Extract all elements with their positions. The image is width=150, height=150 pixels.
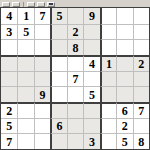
cell-r7c9[interactable]: 7 — [133, 102, 149, 118]
cell-r3c4[interactable] — [50, 39, 66, 55]
cell-r1c2[interactable]: 1 — [17, 8, 33, 24]
cell-r6c9[interactable] — [133, 86, 149, 102]
cell-r9c3[interactable] — [34, 133, 50, 149]
cell-r8c3[interactable] — [34, 118, 50, 134]
cell-r9c9[interactable]: 8 — [133, 133, 149, 149]
cell-r5c3[interactable] — [34, 71, 50, 87]
cell-r4c7[interactable]: 1 — [100, 55, 116, 71]
cell-r6c4[interactable] — [50, 86, 66, 102]
sudoku-board: 4175935284127952675627358 — [0, 7, 150, 150]
cell-r8c7[interactable] — [100, 118, 116, 134]
cell-r2c5[interactable]: 2 — [67, 24, 83, 40]
toolbar-button-glyph — [49, 3, 53, 5]
cell-r8c1[interactable]: 5 — [1, 118, 17, 134]
cell-r2c6[interactable] — [83, 24, 99, 40]
cell-r7c6[interactable] — [83, 102, 99, 118]
cell-r5c2[interactable] — [17, 71, 33, 87]
cell-r5c8[interactable] — [116, 71, 132, 87]
cell-r5c4[interactable] — [50, 71, 66, 87]
toolbar-button-5[interactable] — [47, 2, 55, 7]
cell-r1c6[interactable]: 9 — [83, 8, 99, 24]
cell-r7c5[interactable] — [67, 102, 83, 118]
cell-r5c5[interactable]: 7 — [67, 71, 83, 87]
cell-r7c4[interactable] — [50, 102, 66, 118]
cell-r5c7[interactable] — [100, 71, 116, 87]
toolbar-button-1[interactable] — [2, 2, 10, 7]
toolbar — [0, 0, 150, 7]
cell-r1c1[interactable]: 4 — [1, 8, 17, 24]
cell-r2c7[interactable] — [100, 24, 116, 40]
cell-r6c1[interactable] — [1, 86, 17, 102]
cell-r9c1[interactable]: 7 — [1, 133, 17, 149]
cell-r3c3[interactable] — [34, 39, 50, 55]
cell-r4c9[interactable]: 2 — [133, 55, 149, 71]
cell-r6c7[interactable] — [100, 86, 116, 102]
cell-r1c4[interactable]: 5 — [50, 8, 66, 24]
cell-r4c1[interactable] — [1, 55, 17, 71]
cell-r5c9[interactable] — [133, 71, 149, 87]
cell-r3c9[interactable] — [133, 39, 149, 55]
cell-r6c6[interactable]: 5 — [83, 86, 99, 102]
cell-r2c9[interactable] — [133, 24, 149, 40]
cell-r1c3[interactable]: 7 — [34, 8, 50, 24]
cell-r1c7[interactable] — [100, 8, 116, 24]
cell-r4c4[interactable] — [50, 55, 66, 71]
cell-r4c3[interactable] — [34, 55, 50, 71]
cell-r7c1[interactable]: 2 — [1, 102, 17, 118]
toolbar-separator — [23, 2, 24, 7]
cell-r3c5[interactable]: 8 — [67, 39, 83, 55]
cell-r6c8[interactable] — [116, 86, 132, 102]
toolbar-button-3[interactable] — [27, 2, 35, 7]
cell-r8c2[interactable] — [17, 118, 33, 134]
cell-r1c5[interactable] — [67, 8, 83, 24]
cell-r8c5[interactable] — [67, 118, 83, 134]
cell-r7c3[interactable] — [34, 102, 50, 118]
cell-r3c2[interactable] — [17, 39, 33, 55]
cell-r4c8[interactable] — [116, 55, 132, 71]
toolbar-button-2[interactable] — [12, 2, 20, 7]
cell-r8c6[interactable] — [83, 118, 99, 134]
cell-r2c2[interactable]: 5 — [17, 24, 33, 40]
cell-r4c5[interactable] — [67, 55, 83, 71]
cell-r9c4[interactable] — [50, 133, 66, 149]
cell-r2c4[interactable] — [50, 24, 66, 40]
cell-r6c5[interactable] — [67, 86, 83, 102]
sudoku-window: 4175935284127952675627358 — [0, 0, 150, 150]
cell-r1c9[interactable] — [133, 8, 149, 24]
cell-r6c2[interactable] — [17, 86, 33, 102]
cell-r7c2[interactable] — [17, 102, 33, 118]
toolbar-button-4[interactable] — [37, 2, 45, 7]
cell-r6c3[interactable]: 9 — [34, 86, 50, 102]
cell-r3c1[interactable] — [1, 39, 17, 55]
cell-r9c5[interactable] — [67, 133, 83, 149]
cell-r9c8[interactable]: 5 — [116, 133, 132, 149]
cell-r2c8[interactable] — [116, 24, 132, 40]
cell-r8c8[interactable]: 2 — [116, 118, 132, 134]
cell-r2c1[interactable]: 3 — [1, 24, 17, 40]
cell-r2c3[interactable] — [34, 24, 50, 40]
cell-r3c7[interactable] — [100, 39, 116, 55]
cell-r4c2[interactable] — [17, 55, 33, 71]
cell-r3c8[interactable] — [116, 39, 132, 55]
cell-r7c8[interactable]: 6 — [116, 102, 132, 118]
cell-r5c6[interactable] — [83, 71, 99, 87]
cell-r9c2[interactable] — [17, 133, 33, 149]
cell-r9c6[interactable]: 3 — [83, 133, 99, 149]
cell-r5c1[interactable] — [1, 71, 17, 87]
cell-r3c6[interactable] — [83, 39, 99, 55]
cell-r9c7[interactable] — [100, 133, 116, 149]
cell-r1c8[interactable] — [116, 8, 132, 24]
cell-r8c4[interactable]: 6 — [50, 118, 66, 134]
cell-r8c9[interactable] — [133, 118, 149, 134]
cell-r4c6[interactable]: 4 — [83, 55, 99, 71]
cell-r7c7[interactable] — [100, 102, 116, 118]
